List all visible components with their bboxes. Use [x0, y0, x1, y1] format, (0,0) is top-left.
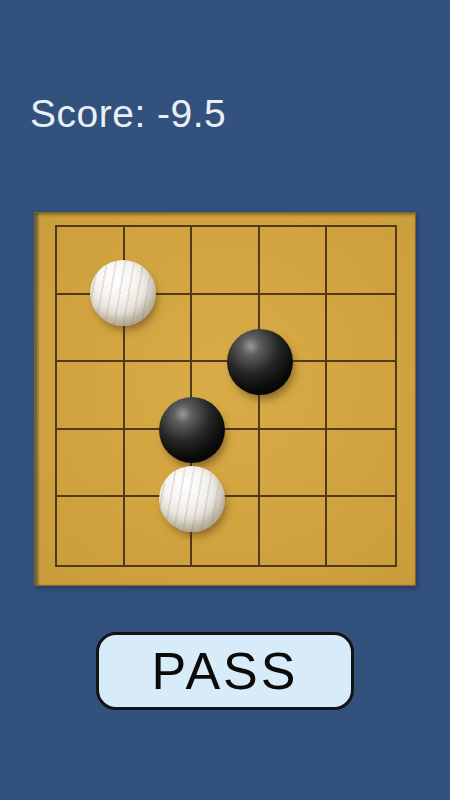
board-cell[interactable] — [125, 227, 193, 295]
board-cell[interactable] — [260, 362, 328, 430]
board-cell[interactable] — [192, 497, 260, 565]
board-cell[interactable] — [260, 430, 328, 498]
board-cell[interactable] — [125, 295, 193, 363]
board-cell[interactable] — [125, 430, 193, 498]
board-cell[interactable] — [57, 430, 125, 498]
pass-button[interactable]: PASS — [96, 632, 354, 710]
board-cell[interactable] — [125, 497, 193, 565]
board-cell[interactable] — [192, 295, 260, 363]
board-cell[interactable] — [327, 362, 395, 430]
board-cell[interactable] — [57, 227, 125, 295]
board-cell[interactable] — [57, 295, 125, 363]
board-cell[interactable] — [260, 227, 328, 295]
app-screen: Score: -9.5 PASS — [0, 0, 450, 800]
board-cell[interactable] — [327, 295, 395, 363]
board-cell[interactable] — [260, 295, 328, 363]
board-cell[interactable] — [192, 430, 260, 498]
board-cell[interactable] — [57, 362, 125, 430]
board-cell[interactable] — [192, 362, 260, 430]
board-cell[interactable] — [125, 362, 193, 430]
board-cell[interactable] — [57, 497, 125, 565]
board-cell[interactable] — [327, 227, 395, 295]
go-board[interactable] — [34, 212, 416, 586]
board-grid[interactable] — [55, 225, 397, 567]
board-cell[interactable] — [260, 497, 328, 565]
board-cell[interactable] — [327, 497, 395, 565]
board-cell[interactable] — [192, 227, 260, 295]
score-label: Score: -9.5 — [30, 94, 226, 133]
board-cell[interactable] — [327, 430, 395, 498]
